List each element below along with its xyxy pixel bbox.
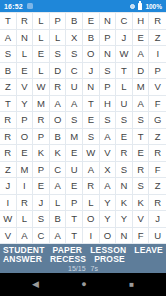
grid-cell-f6[interactable]: T: [83, 96, 100, 113]
progress-row: 15/15 7s: [2, 265, 164, 273]
grid-cell-i5[interactable]: M: [133, 79, 150, 96]
grid-cell-f14[interactable]: I: [83, 228, 100, 245]
grid-cell-d5[interactable]: R: [50, 79, 67, 96]
grid-cell-i13[interactable]: V: [133, 211, 150, 228]
status-bar-right: 100%: [130, 3, 162, 10]
grid-cell-b8[interactable]: O: [17, 129, 34, 146]
grid-cell-b9[interactable]: E: [17, 145, 34, 162]
grid-cell-j12[interactable]: R: [149, 195, 166, 212]
grid-cell-h7[interactable]: S: [116, 112, 133, 129]
grid-cell-g8[interactable]: A: [100, 129, 117, 146]
grid-cell-h12[interactable]: K: [116, 195, 133, 212]
grid-cell-d14[interactable]: A: [50, 228, 67, 245]
grid-cell-g1[interactable]: N: [100, 13, 117, 30]
grid-cell-i10[interactable]: R: [133, 162, 150, 179]
grid-cell-b1[interactable]: R: [17, 13, 34, 30]
status-bar: 16:52 100%: [0, 0, 166, 12]
grid-cell-c8[interactable]: P: [33, 129, 50, 146]
grid-cell-a13[interactable]: W: [0, 211, 17, 228]
grid-cell-a8[interactable]: R: [0, 129, 17, 146]
grid-cell-g4[interactable]: S: [100, 63, 117, 80]
grid-cell-b4[interactable]: E: [17, 63, 34, 80]
grid-cell-a3[interactable]: S: [0, 46, 17, 63]
grid-cell-d1[interactable]: P: [50, 13, 67, 30]
grid-cell-g14[interactable]: O: [100, 228, 117, 245]
grid-cell-b13[interactable]: L: [17, 211, 34, 228]
grid-cell-j3[interactable]: I: [149, 46, 166, 63]
grid-cell-g10[interactable]: X: [100, 162, 117, 179]
grid-cell-h4[interactable]: T: [116, 63, 133, 80]
home-icon[interactable]: ●: [81, 280, 86, 289]
grid-cell-d6[interactable]: A: [50, 96, 67, 113]
grid-cell-c13[interactable]: S: [33, 211, 50, 228]
grid-cell-h14[interactable]: N: [116, 228, 133, 245]
grid-cell-c5[interactable]: W: [33, 79, 50, 96]
grid-cell-b2[interactable]: N: [17, 30, 34, 47]
grid-cell-a1[interactable]: T: [0, 13, 17, 30]
grid-cell-f10[interactable]: A: [83, 162, 100, 179]
grid-cell-i4[interactable]: D: [133, 63, 150, 80]
grid-cell-d11[interactable]: A: [50, 178, 67, 195]
grid-cell-a12[interactable]: I: [0, 195, 17, 212]
grid-cell-a7[interactable]: R: [0, 112, 17, 129]
grid-cell-c7[interactable]: R: [33, 112, 50, 129]
grid-cell-h6[interactable]: U: [116, 96, 133, 113]
grid-cell-a11[interactable]: J: [0, 178, 17, 195]
grid-cell-i14[interactable]: F: [133, 228, 150, 245]
grid-cell-e7[interactable]: S: [66, 112, 83, 129]
grid-cell-g13[interactable]: Y: [100, 211, 117, 228]
grid-cell-a14[interactable]: V: [0, 228, 17, 245]
word-search-app: 16:52 100% TRLPBENCHRANLLXBPJEZSLESSONWA…: [0, 0, 166, 296]
grid-cell-f5[interactable]: N: [83, 79, 100, 96]
grid-cell-g11[interactable]: A: [100, 178, 117, 195]
grid-cell-g6[interactable]: H: [100, 96, 117, 113]
grid-cell-h11[interactable]: N: [116, 178, 133, 195]
grid-cell-d4[interactable]: D: [50, 63, 67, 80]
timer: 7s: [91, 265, 98, 273]
grid-cell-b3[interactable]: L: [17, 46, 34, 63]
grid-cell-a5[interactable]: Z: [0, 79, 17, 96]
grid-cell-a6[interactable]: T: [0, 96, 17, 113]
grid-cell-j11[interactable]: Z: [149, 178, 166, 195]
android-nav-bar: ◀ ● ■: [0, 273, 166, 296]
grid-cell-j14[interactable]: U: [149, 228, 166, 245]
grid-cell-a10[interactable]: Z: [0, 162, 17, 179]
grid-cell-f4[interactable]: J: [83, 63, 100, 80]
grid-cell-j2[interactable]: Z: [149, 30, 166, 47]
grid-cell-i3[interactable]: A: [133, 46, 150, 63]
battery-icon: [138, 3, 142, 10]
grid-cell-e12[interactable]: P: [66, 195, 83, 212]
grid-cell-f1[interactable]: E: [83, 13, 100, 30]
grid-cell-h1[interactable]: C: [116, 13, 133, 30]
grid-cell-i8[interactable]: T: [133, 129, 150, 146]
grid-cell-h2[interactable]: J: [116, 30, 133, 47]
battery-percent: 100%: [145, 3, 162, 10]
grid-cell-j5[interactable]: V: [149, 79, 166, 96]
grid-cell-d13[interactable]: B: [50, 211, 67, 228]
grid-cell-i6[interactable]: A: [133, 96, 150, 113]
grid-cell-a4[interactable]: B: [0, 63, 17, 80]
grid-cell-c3[interactable]: E: [33, 46, 50, 63]
grid-cell-h10[interactable]: S: [116, 162, 133, 179]
grid-cell-b11[interactable]: I: [17, 178, 34, 195]
word-prose: PROSE: [94, 255, 125, 264]
grid-cell-b12[interactable]: R: [17, 195, 34, 212]
grid-cell-e13[interactable]: T: [66, 211, 83, 228]
grid-cell-b10[interactable]: M: [17, 162, 34, 179]
grid-cell-j4[interactable]: P: [149, 63, 166, 80]
grid-cell-e10[interactable]: U: [66, 162, 83, 179]
grid-cell-h5[interactable]: L: [116, 79, 133, 96]
data-saver-icon: [130, 4, 135, 9]
grid-cell-b14[interactable]: A: [17, 228, 34, 245]
grid-cell-j10[interactable]: F: [149, 162, 166, 179]
grid-cell-c12[interactable]: J: [33, 195, 50, 212]
grid-cell-e1[interactable]: B: [66, 13, 83, 30]
grid-cell-b5[interactable]: V: [17, 79, 34, 96]
grid-cell-b6[interactable]: Y: [17, 96, 34, 113]
grid-cell-h8[interactable]: E: [116, 129, 133, 146]
grid-cell-a2[interactable]: A: [0, 30, 17, 47]
grid-cell-h3[interactable]: W: [116, 46, 133, 63]
grid-cell-i11[interactable]: S: [133, 178, 150, 195]
grid-cell-f3[interactable]: O: [83, 46, 100, 63]
grid-cell-f13[interactable]: O: [83, 211, 100, 228]
grid-cell-f12[interactable]: L: [83, 195, 100, 212]
grid-cell-e9[interactable]: E: [66, 145, 83, 162]
back-icon[interactable]: ◀: [32, 280, 39, 289]
grid-cell-c2[interactable]: L: [33, 30, 50, 47]
word-leave: LEAVE: [134, 246, 163, 255]
progress-counter: 15/15: [68, 265, 86, 273]
grid-cell-e2[interactable]: X: [66, 30, 83, 47]
grid-cell-h9[interactable]: R: [116, 145, 133, 162]
grid-cell-f9[interactable]: W: [83, 145, 100, 162]
grid-cell-c1[interactable]: L: [33, 13, 50, 30]
grid-cell-g7[interactable]: S: [100, 112, 117, 129]
grid-cell-f8[interactable]: S: [83, 129, 100, 146]
grid-cell-j8[interactable]: Z: [149, 129, 166, 146]
grid-cell-b7[interactable]: P: [17, 112, 34, 129]
grid-cell-e5[interactable]: U: [66, 79, 83, 96]
grid-cell-i7[interactable]: S: [133, 112, 150, 129]
grid-cell-f11[interactable]: R: [83, 178, 100, 195]
word-recess: RECESS: [50, 255, 86, 264]
grid-cell-i12[interactable]: K: [133, 195, 150, 212]
grid-cell-d3[interactable]: S: [50, 46, 67, 63]
grid-cell-i9[interactable]: E: [133, 145, 150, 162]
grid-cell-g12[interactable]: Y: [100, 195, 117, 212]
grid-cell-g5[interactable]: P: [100, 79, 117, 96]
grid-cell-i2[interactable]: E: [133, 30, 150, 47]
word-list-line-2: ANSWERRECESSPROSE: [2, 255, 164, 264]
grid-cell-d12[interactable]: L: [50, 195, 67, 212]
grid-cell-d2[interactable]: L: [50, 30, 67, 47]
recents-icon[interactable]: ■: [129, 281, 134, 289]
grid-cell-d7[interactable]: O: [50, 112, 67, 129]
grid-cell-j13[interactable]: J: [149, 211, 166, 228]
grid-cell-e3[interactable]: S: [66, 46, 83, 63]
grid-cell-e8[interactable]: M: [66, 129, 83, 146]
word-answer: ANSWER: [3, 255, 42, 264]
grid-cell-d9[interactable]: K: [50, 145, 67, 162]
grid-cell-j7[interactable]: G: [149, 112, 166, 129]
grid-cell-c6[interactable]: M: [33, 96, 50, 113]
grid-cell-g2[interactable]: P: [100, 30, 117, 47]
grid-cell-c10[interactable]: P: [33, 162, 50, 179]
grid-cell-e4[interactable]: C: [66, 63, 83, 80]
grid-cell-d8[interactable]: B: [50, 129, 67, 146]
grid-cell-c9[interactable]: K: [33, 145, 50, 162]
word-list-panel: STUDENTPAPERLESSONLEAVE ANSWERRECESSPROS…: [0, 244, 166, 273]
grid-cell-h13[interactable]: Y: [116, 211, 133, 228]
grid-cell-g3[interactable]: N: [100, 46, 117, 63]
grid-cell-c14[interactable]: C: [33, 228, 50, 245]
grid-cell-c4[interactable]: L: [33, 63, 50, 80]
grid-cell-e6[interactable]: A: [66, 96, 83, 113]
grid-cell-a9[interactable]: R: [0, 145, 17, 162]
grid-cell-d10[interactable]: C: [50, 162, 67, 179]
grid-cell-g9[interactable]: V: [100, 145, 117, 162]
grid-cell-e11[interactable]: E: [66, 178, 83, 195]
grid-cell-c11[interactable]: E: [33, 178, 50, 195]
grid-cell-j1[interactable]: R: [149, 13, 166, 30]
grid-cell-j9[interactable]: R: [149, 145, 166, 162]
grid-cell-f7[interactable]: E: [83, 112, 100, 129]
grid-cell-e14[interactable]: T: [66, 228, 83, 245]
grid-cell-i1[interactable]: H: [133, 13, 150, 30]
letter-grid[interactable]: TRLPBENCHRANLLXBPJEZSLESSONWAIBELDCJSTDP…: [0, 12, 166, 244]
grid-cell-f2[interactable]: B: [83, 30, 100, 47]
grid-cell-j6[interactable]: F: [149, 96, 166, 113]
clock: 16:52: [4, 3, 23, 10]
notification-icon: [27, 3, 33, 9]
